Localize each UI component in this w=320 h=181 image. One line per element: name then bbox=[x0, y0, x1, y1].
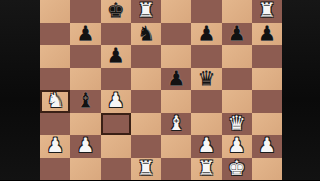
square-g1: ♚ bbox=[222, 158, 252, 181]
square-g6 bbox=[222, 45, 252, 68]
black-pawn: ♟ bbox=[197, 23, 215, 43]
square-b3 bbox=[70, 113, 100, 136]
square-a2: ♟ bbox=[40, 135, 70, 158]
white-knight: ♞ bbox=[46, 90, 64, 110]
square-b4: ♝ bbox=[70, 90, 100, 113]
letterbox-left-bar bbox=[0, 0, 40, 180]
square-f5: ♛ bbox=[191, 68, 221, 91]
chess-board: ♚♜♜♟♞♟♟♟♟♟♛♞♝♟♝♛♟♟♟♟♟♜♜♚ bbox=[40, 0, 282, 180]
square-b6 bbox=[70, 45, 100, 68]
square-b5 bbox=[70, 68, 100, 91]
video-frame: ♚♜♜♟♞♟♟♟♟♟♛♞♝♟♝♛♟♟♟♟♟♜♜♚ bbox=[0, 0, 320, 180]
square-f6 bbox=[191, 45, 221, 68]
square-h8: ♜ bbox=[252, 0, 282, 23]
square-c8: ♚ bbox=[101, 0, 131, 23]
square-d5 bbox=[131, 68, 161, 91]
square-f2: ♟ bbox=[191, 135, 221, 158]
white-pawn: ♟ bbox=[197, 135, 215, 155]
square-c3 bbox=[101, 113, 131, 136]
square-f7: ♟ bbox=[191, 23, 221, 46]
black-pawn: ♟ bbox=[228, 23, 246, 43]
square-d7: ♞ bbox=[131, 23, 161, 46]
square-e5: ♟ bbox=[161, 68, 191, 91]
square-h1 bbox=[252, 158, 282, 181]
square-g4 bbox=[222, 90, 252, 113]
square-d2 bbox=[131, 135, 161, 158]
square-g5 bbox=[222, 68, 252, 91]
square-f3 bbox=[191, 113, 221, 136]
square-d4 bbox=[131, 90, 161, 113]
square-c4: ♟ bbox=[101, 90, 131, 113]
square-f1: ♜ bbox=[191, 158, 221, 181]
white-pawn: ♟ bbox=[228, 135, 246, 155]
square-a5 bbox=[40, 68, 70, 91]
square-d3 bbox=[131, 113, 161, 136]
white-pawn: ♟ bbox=[258, 135, 276, 155]
white-queen: ♛ bbox=[228, 113, 246, 133]
square-c2 bbox=[101, 135, 131, 158]
black-pawn: ♟ bbox=[258, 23, 276, 43]
square-e8 bbox=[161, 0, 191, 23]
white-rook: ♜ bbox=[137, 158, 155, 178]
square-e4 bbox=[161, 90, 191, 113]
square-c6: ♟ bbox=[101, 45, 131, 68]
white-pawn: ♟ bbox=[46, 135, 64, 155]
square-g8 bbox=[222, 0, 252, 23]
square-a4: ♞ bbox=[40, 90, 70, 113]
square-e6 bbox=[161, 45, 191, 68]
square-a1 bbox=[40, 158, 70, 181]
white-rook: ♜ bbox=[137, 0, 155, 20]
square-d8: ♜ bbox=[131, 0, 161, 23]
square-c5 bbox=[101, 68, 131, 91]
square-g3: ♛ bbox=[222, 113, 252, 136]
square-e7 bbox=[161, 23, 191, 46]
black-pawn: ♟ bbox=[167, 68, 185, 88]
square-f8 bbox=[191, 0, 221, 23]
letterbox-right-bar bbox=[282, 0, 320, 180]
white-rook: ♜ bbox=[197, 158, 215, 178]
square-h6 bbox=[252, 45, 282, 68]
white-king: ♚ bbox=[228, 158, 246, 178]
square-h7: ♟ bbox=[252, 23, 282, 46]
square-c7 bbox=[101, 23, 131, 46]
square-e1 bbox=[161, 158, 191, 181]
square-a3 bbox=[40, 113, 70, 136]
square-d6 bbox=[131, 45, 161, 68]
white-rook: ♜ bbox=[258, 0, 276, 20]
square-g7: ♟ bbox=[222, 23, 252, 46]
square-a8 bbox=[40, 0, 70, 23]
black-king: ♚ bbox=[107, 0, 125, 20]
square-b2: ♟ bbox=[70, 135, 100, 158]
black-pawn: ♟ bbox=[76, 23, 94, 43]
square-e3: ♝ bbox=[161, 113, 191, 136]
white-bishop: ♝ bbox=[167, 113, 185, 133]
white-pawn: ♟ bbox=[107, 90, 125, 110]
square-h2: ♟ bbox=[252, 135, 282, 158]
square-b7: ♟ bbox=[70, 23, 100, 46]
square-c1 bbox=[101, 158, 131, 181]
white-pawn: ♟ bbox=[76, 135, 94, 155]
square-b1 bbox=[70, 158, 100, 181]
square-h3 bbox=[252, 113, 282, 136]
square-b8 bbox=[70, 0, 100, 23]
square-a6 bbox=[40, 45, 70, 68]
square-f4 bbox=[191, 90, 221, 113]
black-pawn: ♟ bbox=[107, 45, 125, 65]
black-knight: ♞ bbox=[137, 23, 155, 43]
square-d1: ♜ bbox=[131, 158, 161, 181]
black-queen: ♛ bbox=[197, 68, 215, 88]
square-e2 bbox=[161, 135, 191, 158]
square-g2: ♟ bbox=[222, 135, 252, 158]
square-a7 bbox=[40, 23, 70, 46]
black-bishop: ♝ bbox=[76, 90, 94, 110]
square-h5 bbox=[252, 68, 282, 91]
square-h4 bbox=[252, 90, 282, 113]
